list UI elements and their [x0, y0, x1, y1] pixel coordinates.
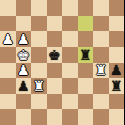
- square-h3[interactable]: ♜: [109, 78, 125, 94]
- square-f7[interactable]: [78, 16, 94, 32]
- piece-black-king[interactable]: ♚: [48, 47, 61, 61]
- piece-white-pawn[interactable]: ♟: [17, 32, 30, 46]
- square-a5[interactable]: [0, 47, 16, 63]
- square-g7[interactable]: [93, 16, 109, 32]
- square-e2[interactable]: [62, 94, 78, 110]
- square-g2[interactable]: [93, 94, 109, 110]
- square-a8[interactable]: [0, 0, 16, 16]
- square-c5[interactable]: [31, 47, 47, 63]
- square-h5[interactable]: [109, 47, 125, 63]
- piece-white-rook[interactable]: ♜: [94, 63, 107, 77]
- square-d4[interactable]: [47, 63, 63, 79]
- square-h2[interactable]: [109, 94, 125, 110]
- square-b7[interactable]: [16, 16, 32, 32]
- square-b1[interactable]: [16, 109, 32, 125]
- square-d2[interactable]: [47, 94, 63, 110]
- square-e5[interactable]: [62, 47, 78, 63]
- square-e6[interactable]: [62, 31, 78, 47]
- square-d3[interactable]: [47, 78, 63, 94]
- chess-board-container: ♟♟♚♚♜♟♜♟♟♜♜: [0, 0, 124, 125]
- square-d8[interactable]: [47, 0, 63, 16]
- square-f6[interactable]: [78, 31, 94, 47]
- square-d5[interactable]: ♚: [47, 47, 63, 63]
- square-a2[interactable]: [0, 94, 16, 110]
- square-d1[interactable]: [47, 109, 63, 125]
- square-a7[interactable]: [0, 16, 16, 32]
- square-b4[interactable]: ♟: [16, 63, 32, 79]
- square-b5[interactable]: ♚: [16, 47, 32, 63]
- square-h4[interactable]: ♟: [109, 63, 125, 79]
- square-c7[interactable]: [31, 16, 47, 32]
- piece-white-rook[interactable]: ♜: [32, 78, 45, 92]
- square-h7[interactable]: [109, 16, 125, 32]
- square-a6[interactable]: ♟: [0, 31, 16, 47]
- chess-board: ♟♟♚♚♜♟♜♟♟♜♜: [0, 0, 124, 125]
- square-e3[interactable]: [62, 78, 78, 94]
- square-c1[interactable]: [31, 109, 47, 125]
- square-c6[interactable]: [31, 31, 47, 47]
- square-h8[interactable]: [109, 0, 125, 16]
- square-f5[interactable]: ♜: [78, 47, 94, 63]
- piece-black-rook[interactable]: ♜: [79, 47, 92, 61]
- square-a3[interactable]: [0, 78, 16, 94]
- square-g1[interactable]: [93, 109, 109, 125]
- square-b6[interactable]: ♟: [16, 31, 32, 47]
- square-g4[interactable]: ♜: [93, 63, 109, 79]
- square-g6[interactable]: [93, 31, 109, 47]
- square-c8[interactable]: [31, 0, 47, 16]
- square-c4[interactable]: [31, 63, 47, 79]
- square-b3[interactable]: ♟: [16, 78, 32, 94]
- square-f1[interactable]: [78, 109, 94, 125]
- piece-black-rook[interactable]: ♜: [110, 78, 123, 92]
- piece-white-pawn[interactable]: ♟: [1, 32, 14, 46]
- square-e8[interactable]: [62, 0, 78, 16]
- piece-black-pawn[interactable]: ♟: [110, 63, 123, 77]
- square-c2[interactable]: [31, 94, 47, 110]
- piece-white-pawn[interactable]: ♟: [17, 63, 30, 77]
- square-b2[interactable]: [16, 94, 32, 110]
- square-g5[interactable]: [93, 47, 109, 63]
- square-f8[interactable]: [78, 0, 94, 16]
- square-g3[interactable]: [93, 78, 109, 94]
- square-g8[interactable]: [93, 0, 109, 16]
- square-e7[interactable]: [62, 16, 78, 32]
- square-e1[interactable]: [62, 109, 78, 125]
- square-a4[interactable]: [0, 63, 16, 79]
- square-d7[interactable]: [47, 16, 63, 32]
- square-h6[interactable]: [109, 31, 125, 47]
- square-b8[interactable]: [16, 0, 32, 16]
- piece-black-pawn[interactable]: ♟: [17, 78, 30, 92]
- square-f2[interactable]: [78, 94, 94, 110]
- square-d6[interactable]: [47, 31, 63, 47]
- square-a1[interactable]: [0, 109, 16, 125]
- square-f4[interactable]: [78, 63, 94, 79]
- piece-white-king[interactable]: ♚: [17, 47, 30, 61]
- square-c3[interactable]: ♜: [31, 78, 47, 94]
- square-h1[interactable]: [109, 109, 125, 125]
- square-f3[interactable]: [78, 78, 94, 94]
- square-e4[interactable]: [62, 63, 78, 79]
